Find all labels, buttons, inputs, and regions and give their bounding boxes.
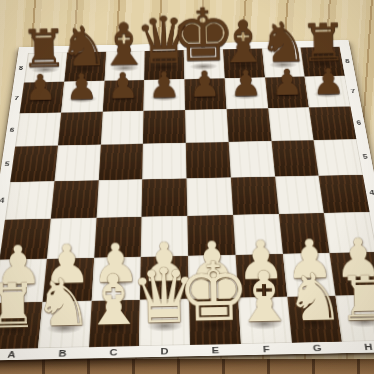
square-f7[interactable]: ♟	[225, 78, 268, 110]
square-d4[interactable]	[142, 178, 188, 216]
square-e6[interactable]	[185, 109, 228, 143]
file-label-g: G	[291, 342, 343, 354]
square-f5[interactable]	[228, 141, 274, 177]
square-g1[interactable]: ♞	[287, 296, 342, 343]
chess-board: ABCDEFGH8♜♞♝♛♚♝♞♜87♟♟♟♟♟♟♟♟7665544332♟♟♟…	[0, 40, 374, 361]
square-b4[interactable]	[51, 180, 99, 218]
black-pawn-h7[interactable]: ♟	[312, 64, 345, 100]
square-f4[interactable]	[231, 176, 279, 214]
square-e7[interactable]: ♟	[184, 78, 226, 110]
square-a4[interactable]	[5, 181, 54, 220]
square-e5[interactable]	[186, 142, 231, 178]
square-d7[interactable]: ♟	[144, 79, 185, 111]
white-rook-h1[interactable]: ♜	[337, 268, 374, 331]
black-pawn-d7[interactable]: ♟	[148, 67, 181, 103]
square-b7[interactable]: ♟	[61, 81, 104, 113]
square-g5[interactable]	[271, 140, 319, 176]
black-pawn-g7[interactable]: ♟	[271, 65, 304, 101]
square-c5[interactable]	[98, 144, 143, 180]
file-label-e: E	[190, 344, 241, 356]
black-pawn-f7[interactable]: ♟	[230, 66, 263, 102]
chess-scene: ABCDEFGH8♜♞♝♛♚♝♞♜87♟♟♟♟♟♟♟♟7665544332♟♟♟…	[0, 0, 374, 374]
square-e4[interactable]	[187, 177, 233, 215]
square-f1[interactable]: ♝	[238, 297, 292, 344]
square-c6[interactable]	[100, 111, 143, 145]
square-g6[interactable]	[268, 108, 314, 142]
square-c7[interactable]: ♟	[102, 80, 144, 112]
square-h6[interactable]	[309, 107, 356, 141]
file-label-c: C	[88, 346, 139, 358]
square-f6[interactable]	[226, 108, 271, 142]
file-label-d: D	[139, 345, 190, 357]
square-b5[interactable]	[54, 145, 100, 181]
file-label-h: H	[342, 341, 374, 353]
square-a7[interactable]: ♟	[20, 82, 64, 114]
file-label-a: A	[0, 348, 38, 360]
black-pawn-e7[interactable]: ♟	[189, 66, 222, 102]
square-b6[interactable]	[58, 112, 103, 146]
square-h5[interactable]	[314, 140, 363, 176]
black-pawn-b7[interactable]: ♟	[66, 69, 99, 105]
black-pawn-c7[interactable]: ♟	[107, 68, 140, 104]
square-a5[interactable]	[10, 146, 58, 182]
square-d5[interactable]	[142, 143, 186, 179]
white-knight-g1[interactable]: ♞	[285, 265, 345, 332]
file-label-b: B	[37, 347, 89, 359]
black-pawn-a7[interactable]: ♟	[24, 70, 57, 106]
square-g4[interactable]	[275, 175, 324, 213]
square-a6[interactable]	[15, 113, 61, 147]
square-d6[interactable]	[143, 110, 186, 144]
square-g7[interactable]: ♟	[265, 77, 309, 109]
square-h4[interactable]	[319, 174, 370, 212]
square-c4[interactable]	[96, 179, 142, 217]
square-h7[interactable]: ♟	[305, 76, 351, 108]
file-label-f: F	[241, 343, 293, 355]
square-h1[interactable]: ♜	[336, 295, 374, 342]
